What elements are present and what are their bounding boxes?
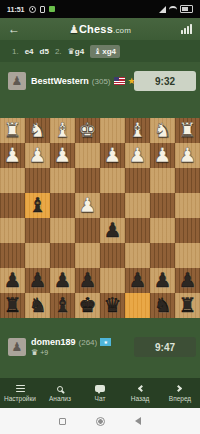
square-b6[interactable] xyxy=(150,243,175,268)
android-recents-icon[interactable] xyxy=(59,418,66,425)
nav-chat[interactable]: Чат xyxy=(80,378,120,408)
black-pawn: ♟ xyxy=(79,268,97,293)
alarm-icon xyxy=(29,6,36,13)
square-d2[interactable]: ♟ xyxy=(100,143,125,168)
square-f7[interactable]: ♟ xyxy=(50,268,75,293)
square-c5[interactable] xyxy=(125,218,150,243)
black-bishop: ♝ xyxy=(54,293,72,318)
square-h3[interactable] xyxy=(0,168,25,193)
magnifier-icon xyxy=(57,386,63,392)
clock-black: 9:47 xyxy=(134,337,196,357)
move-list[interactable]: 1. e4 d5 2. ♛g4 ♝xg4 xyxy=(0,40,200,62)
square-c3[interactable] xyxy=(125,168,150,193)
black-knight: ♞ xyxy=(154,293,172,318)
player-bottom-row: ♟ domen189 (264) ♛ +9 9:47 xyxy=(0,332,200,362)
chat-bubble-icon xyxy=(95,385,105,392)
player-top-row: ♟ BesttWestern (305) ★ 9:32 xyxy=(0,66,200,96)
square-h1[interactable]: ♜ xyxy=(0,118,25,143)
square-d4[interactable] xyxy=(100,193,125,218)
square-f2[interactable]: ♟ xyxy=(50,143,75,168)
player-rating: (264) xyxy=(79,338,98,347)
white-pawn: ♟ xyxy=(179,143,197,168)
white-pawn: ♟ xyxy=(54,143,72,168)
square-g2[interactable]: ♟ xyxy=(25,143,50,168)
square-b5[interactable] xyxy=(150,218,175,243)
white-rook: ♜ xyxy=(4,118,22,143)
move-black-2-current[interactable]: ♝xg4 xyxy=(90,45,120,58)
white-pawn: ♟ xyxy=(154,143,172,168)
square-d7[interactable] xyxy=(100,268,125,293)
square-h5[interactable] xyxy=(0,218,25,243)
square-c2[interactable]: ♟ xyxy=(125,143,150,168)
square-a5[interactable] xyxy=(175,218,200,243)
square-c6[interactable] xyxy=(125,243,150,268)
player-name[interactable]: domen189 xyxy=(31,337,76,347)
square-g7[interactable]: ♟ xyxy=(25,268,50,293)
move-white-1[interactable]: e4 xyxy=(25,47,34,56)
square-f4[interactable] xyxy=(50,193,75,218)
move-number: 2. xyxy=(55,47,62,56)
white-rook: ♜ xyxy=(179,118,197,143)
square-e3[interactable] xyxy=(75,168,100,193)
square-e1[interactable]: ♚ xyxy=(75,118,100,143)
nav-analysis[interactable]: Анализ xyxy=(40,378,80,408)
square-e2[interactable] xyxy=(75,143,100,168)
white-pawn: ♟ xyxy=(29,143,47,168)
white-bishop: ♝ xyxy=(54,118,72,143)
flag-icon xyxy=(100,338,111,346)
black-knight: ♞ xyxy=(29,293,47,318)
bishop-figurine-icon: ♝ xyxy=(94,47,101,56)
player-name[interactable]: BesttWestern xyxy=(31,76,89,86)
clock-white: 9:32 xyxy=(134,71,196,91)
move-white-2[interactable]: ♛g4 xyxy=(68,47,85,56)
square-d5[interactable]: ♟ xyxy=(100,218,125,243)
square-c8[interactable] xyxy=(125,293,150,318)
square-f1[interactable]: ♝ xyxy=(50,118,75,143)
square-h8[interactable]: ♜ xyxy=(0,293,25,318)
square-e5[interactable] xyxy=(75,218,100,243)
chevron-left-icon xyxy=(138,385,145,392)
captured-pieces: ♛ +9 xyxy=(31,348,111,357)
square-g6[interactable] xyxy=(25,243,50,268)
status-time: 11:51 xyxy=(7,6,25,13)
white-pawn: ♟ xyxy=(4,143,22,168)
avatar[interactable]: ♟ xyxy=(8,72,26,90)
player-rating: (305) xyxy=(92,77,111,86)
black-pawn: ♟ xyxy=(154,268,172,293)
white-pawn: ♟ xyxy=(79,193,97,218)
captured-queen-icon: ♛ xyxy=(31,348,38,357)
white-knight: ♞ xyxy=(154,118,172,143)
chess-board[interactable]: ♜♞♝♚♝♞♜♟♟♟♟♟♟♟♝♟♟♟♟♟♟♟♟♟♜♞♝♚♛♞♜ xyxy=(0,118,200,318)
black-pawn: ♟ xyxy=(129,268,147,293)
wifi-icon xyxy=(169,6,177,12)
chevron-right-icon xyxy=(175,385,182,392)
logo-suffix: .com xyxy=(113,26,131,35)
square-d1[interactable] xyxy=(100,118,125,143)
app-header: ← ♟Chess.com xyxy=(0,18,200,40)
square-e7[interactable]: ♟ xyxy=(75,268,100,293)
bottom-nav: Настройки Анализ Чат Назад Вперед xyxy=(0,378,200,408)
us-flag-icon xyxy=(114,77,125,85)
square-e6[interactable] xyxy=(75,243,100,268)
black-pawn: ♟ xyxy=(54,268,72,293)
black-pawn: ♟ xyxy=(4,268,22,293)
square-g5[interactable] xyxy=(25,218,50,243)
nav-settings[interactable]: Настройки xyxy=(0,378,40,408)
black-rook: ♜ xyxy=(179,293,197,318)
square-e4[interactable]: ♟ xyxy=(75,193,100,218)
white-king: ♚ xyxy=(79,118,97,143)
square-g3[interactable] xyxy=(25,168,50,193)
square-h6[interactable] xyxy=(0,243,25,268)
avatar[interactable]: ♟ xyxy=(8,338,26,356)
logo-text: Chess xyxy=(79,23,113,35)
white-pawn: ♟ xyxy=(129,143,147,168)
square-h7[interactable]: ♟ xyxy=(0,268,25,293)
square-d6[interactable] xyxy=(100,243,125,268)
black-queen: ♛ xyxy=(104,293,122,318)
black-bishop: ♝ xyxy=(29,193,47,218)
cell-signal-icon xyxy=(159,6,166,13)
square-d8[interactable]: ♛ xyxy=(100,293,125,318)
square-b3[interactable] xyxy=(150,168,175,193)
android-nav-bar xyxy=(0,408,200,434)
square-f5[interactable] xyxy=(50,218,75,243)
square-a2[interactable]: ♟ xyxy=(175,143,200,168)
battery-icon xyxy=(180,5,193,13)
black-rook: ♜ xyxy=(4,293,22,318)
chess-app-screen: 11:51 ← ♟Chess.com 1. e4 d5 2. ♛g4 ♝xg4 … xyxy=(0,0,200,434)
black-pawn: ♟ xyxy=(179,268,197,293)
white-bishop: ♝ xyxy=(129,118,147,143)
settings-list-icon xyxy=(16,385,25,393)
square-f6[interactable] xyxy=(50,243,75,268)
square-h4[interactable] xyxy=(0,193,25,218)
move-black-1[interactable]: d5 xyxy=(40,47,49,56)
square-f8[interactable]: ♝ xyxy=(50,293,75,318)
square-a1[interactable]: ♜ xyxy=(175,118,200,143)
square-b8[interactable]: ♞ xyxy=(150,293,175,318)
android-back-icon[interactable] xyxy=(135,417,141,425)
white-knight: ♞ xyxy=(29,118,47,143)
square-a7[interactable]: ♟ xyxy=(175,268,200,293)
square-b4[interactable] xyxy=(150,193,175,218)
nav-forward-move[interactable]: Вперед xyxy=(160,378,200,408)
square-c4[interactable] xyxy=(125,193,150,218)
black-king: ♚ xyxy=(79,293,97,318)
square-g8[interactable]: ♞ xyxy=(25,293,50,318)
square-b2[interactable]: ♟ xyxy=(150,143,175,168)
square-a6[interactable] xyxy=(175,243,200,268)
material-advantage: +9 xyxy=(40,349,48,356)
square-d3[interactable] xyxy=(100,168,125,193)
android-home-icon[interactable] xyxy=(96,417,105,426)
app-notification-icon xyxy=(49,6,55,12)
square-b7[interactable]: ♟ xyxy=(150,268,175,293)
move-number: 1. xyxy=(12,47,19,56)
nav-back-move[interactable]: Назад xyxy=(120,378,160,408)
square-g4[interactable]: ♝ xyxy=(25,193,50,218)
square-c7[interactable]: ♟ xyxy=(125,268,150,293)
square-h2[interactable]: ♟ xyxy=(0,143,25,168)
square-g1[interactable]: ♞ xyxy=(25,118,50,143)
white-pawn: ♟ xyxy=(104,143,122,168)
chesscom-logo: ♟Chess.com xyxy=(0,23,200,36)
square-b1[interactable]: ♞ xyxy=(150,118,175,143)
square-c1[interactable]: ♝ xyxy=(125,118,150,143)
square-a3[interactable] xyxy=(175,168,200,193)
square-a4[interactable] xyxy=(175,193,200,218)
square-a8[interactable]: ♜ xyxy=(175,293,200,318)
notification-icon xyxy=(40,6,45,13)
pawn-logo-icon: ♟ xyxy=(69,23,79,36)
square-e8[interactable]: ♚ xyxy=(75,293,100,318)
black-pawn: ♟ xyxy=(104,218,122,243)
black-pawn: ♟ xyxy=(29,268,47,293)
status-bar: 11:51 xyxy=(0,0,200,18)
queen-figurine-icon: ♛ xyxy=(68,47,75,56)
square-f3[interactable] xyxy=(50,168,75,193)
